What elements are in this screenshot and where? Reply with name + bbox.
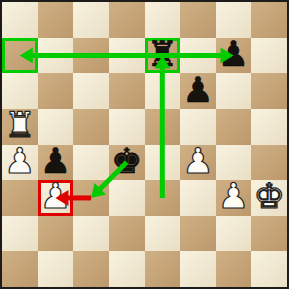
square-c1[interactable] xyxy=(73,251,109,287)
square-a6[interactable] xyxy=(2,73,38,109)
white-rook-a5[interactable]: ♜ xyxy=(4,108,35,143)
square-e1[interactable] xyxy=(145,251,181,287)
square-b3[interactable]: ♟ xyxy=(38,180,74,216)
square-b1[interactable] xyxy=(38,251,74,287)
square-e5[interactable] xyxy=(145,109,181,145)
square-f5[interactable] xyxy=(180,109,216,145)
black-pawn-b4[interactable]: ♟ xyxy=(40,144,71,179)
square-f7[interactable] xyxy=(180,38,216,74)
square-c8[interactable] xyxy=(73,2,109,38)
square-g1[interactable] xyxy=(216,251,252,287)
square-g6[interactable] xyxy=(216,73,252,109)
square-b5[interactable] xyxy=(38,109,74,145)
square-d4[interactable]: ♚ xyxy=(109,145,145,181)
square-f3[interactable] xyxy=(180,180,216,216)
square-h3[interactable]: ♚ xyxy=(251,180,287,216)
square-a5[interactable]: ♜ xyxy=(2,109,38,145)
white-pawn-b3[interactable]: ♟ xyxy=(40,179,71,214)
square-b4[interactable]: ♟ xyxy=(38,145,74,181)
square-h8[interactable] xyxy=(251,2,287,38)
square-b7[interactable] xyxy=(38,38,74,74)
square-f8[interactable] xyxy=(180,2,216,38)
square-a2[interactable] xyxy=(2,216,38,252)
square-c2[interactable] xyxy=(73,216,109,252)
square-d7[interactable] xyxy=(109,38,145,74)
square-h1[interactable] xyxy=(251,251,287,287)
square-d2[interactable] xyxy=(109,216,145,252)
chess-board: ♜♟♟♜♟♟♚♟♟♟♚ xyxy=(0,0,289,289)
square-d8[interactable] xyxy=(109,2,145,38)
square-a7[interactable] xyxy=(2,38,38,74)
square-h4[interactable] xyxy=(251,145,287,181)
square-f6[interactable]: ♟ xyxy=(180,73,216,109)
square-f4[interactable]: ♟ xyxy=(180,145,216,181)
square-b2[interactable] xyxy=(38,216,74,252)
square-e3[interactable] xyxy=(145,180,181,216)
square-g5[interactable] xyxy=(216,109,252,145)
white-pawn-g3[interactable]: ♟ xyxy=(218,179,249,214)
square-h5[interactable] xyxy=(251,109,287,145)
square-d6[interactable] xyxy=(109,73,145,109)
square-g4[interactable] xyxy=(216,145,252,181)
black-rook-e7[interactable]: ♜ xyxy=(147,37,178,72)
white-pawn-a4[interactable]: ♟ xyxy=(4,144,35,179)
square-f2[interactable] xyxy=(180,216,216,252)
square-g7[interactable]: ♟ xyxy=(216,38,252,74)
square-c4[interactable] xyxy=(73,145,109,181)
black-pawn-f6[interactable]: ♟ xyxy=(182,73,213,108)
square-e8[interactable] xyxy=(145,2,181,38)
white-pawn-f4[interactable]: ♟ xyxy=(182,144,213,179)
square-g8[interactable] xyxy=(216,2,252,38)
chess-board-stage: ♜♟♟♜♟♟♚♟♟♟♚ xyxy=(0,0,289,289)
square-e2[interactable] xyxy=(145,216,181,252)
square-e6[interactable] xyxy=(145,73,181,109)
square-a8[interactable] xyxy=(2,2,38,38)
square-d1[interactable] xyxy=(109,251,145,287)
square-c3[interactable] xyxy=(73,180,109,216)
square-e4[interactable] xyxy=(145,145,181,181)
square-g3[interactable]: ♟ xyxy=(216,180,252,216)
square-g2[interactable] xyxy=(216,216,252,252)
square-h7[interactable] xyxy=(251,38,287,74)
white-king-h3[interactable]: ♚ xyxy=(253,179,284,214)
square-b8[interactable] xyxy=(38,2,74,38)
square-c6[interactable] xyxy=(73,73,109,109)
square-h2[interactable] xyxy=(251,216,287,252)
black-king-d4[interactable]: ♚ xyxy=(111,144,142,179)
square-h6[interactable] xyxy=(251,73,287,109)
square-a3[interactable] xyxy=(2,180,38,216)
square-c5[interactable] xyxy=(73,109,109,145)
black-pawn-g7[interactable]: ♟ xyxy=(218,37,249,72)
square-d5[interactable] xyxy=(109,109,145,145)
square-d3[interactable] xyxy=(109,180,145,216)
square-a4[interactable]: ♟ xyxy=(2,145,38,181)
square-b6[interactable] xyxy=(38,73,74,109)
square-e7[interactable]: ♜ xyxy=(145,38,181,74)
square-f1[interactable] xyxy=(180,251,216,287)
square-c7[interactable] xyxy=(73,38,109,74)
square-a1[interactable] xyxy=(2,251,38,287)
